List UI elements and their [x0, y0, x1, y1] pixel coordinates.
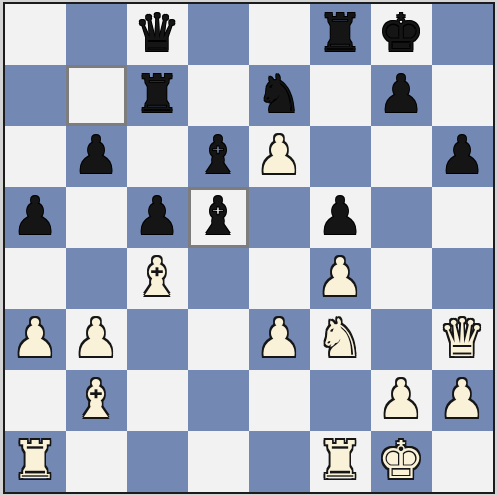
square-d3[interactable] [188, 309, 249, 370]
page-background: ♛♜♚♜♞♟♟♝♟♟♟♟♝♟♝♟♟♟♟♞♛♝♟♟♜♜♚ [0, 0, 497, 496]
square-d1[interactable] [188, 431, 249, 492]
square-g2[interactable]: ♟ [371, 370, 432, 431]
black-bishop-piece[interactable]: ♝ [195, 129, 242, 181]
square-f7[interactable] [310, 65, 371, 126]
square-a5[interactable]: ♟ [5, 187, 66, 248]
white-pawn-piece[interactable]: ♟ [256, 129, 303, 181]
square-d8[interactable] [188, 4, 249, 65]
square-d5[interactable]: ♝ [188, 187, 249, 248]
square-h3[interactable]: ♛ [432, 309, 493, 370]
white-bishop-piece[interactable]: ♝ [73, 373, 120, 425]
black-knight-piece[interactable]: ♞ [256, 68, 303, 120]
square-h7[interactable] [432, 65, 493, 126]
square-b1[interactable] [66, 431, 127, 492]
white-pawn-piece[interactable]: ♟ [256, 312, 303, 364]
square-g3[interactable] [371, 309, 432, 370]
white-bishop-piece[interactable]: ♝ [134, 251, 181, 303]
black-pawn-piece[interactable]: ♟ [12, 190, 59, 242]
square-e1[interactable] [249, 431, 310, 492]
square-b3[interactable]: ♟ [66, 309, 127, 370]
white-rook-piece[interactable]: ♜ [317, 434, 364, 486]
black-pawn-piece[interactable]: ♟ [378, 68, 425, 120]
square-f8[interactable]: ♜ [310, 4, 371, 65]
black-bishop-piece[interactable]: ♝ [195, 190, 242, 242]
square-b6[interactable]: ♟ [66, 126, 127, 187]
square-b5[interactable] [66, 187, 127, 248]
square-b4[interactable] [66, 248, 127, 309]
black-pawn-piece[interactable]: ♟ [73, 129, 120, 181]
square-a7[interactable] [5, 65, 66, 126]
square-d4[interactable] [188, 248, 249, 309]
square-e5[interactable] [249, 187, 310, 248]
square-c4[interactable]: ♝ [127, 248, 188, 309]
square-e8[interactable] [249, 4, 310, 65]
square-f5[interactable]: ♟ [310, 187, 371, 248]
square-h6[interactable]: ♟ [432, 126, 493, 187]
square-a1[interactable]: ♜ [5, 431, 66, 492]
square-f1[interactable]: ♜ [310, 431, 371, 492]
square-a2[interactable] [5, 370, 66, 431]
square-e4[interactable] [249, 248, 310, 309]
white-pawn-piece[interactable]: ♟ [73, 312, 120, 364]
square-g7[interactable]: ♟ [371, 65, 432, 126]
square-d6[interactable]: ♝ [188, 126, 249, 187]
black-queen-piece[interactable]: ♛ [134, 7, 181, 59]
white-pawn-piece[interactable]: ♟ [378, 373, 425, 425]
square-a3[interactable]: ♟ [5, 309, 66, 370]
square-c1[interactable] [127, 431, 188, 492]
square-f6[interactable] [310, 126, 371, 187]
chess-board: ♛♜♚♜♞♟♟♝♟♟♟♟♝♟♝♟♟♟♟♞♛♝♟♟♜♜♚ [3, 2, 495, 494]
square-h8[interactable] [432, 4, 493, 65]
black-pawn-piece[interactable]: ♟ [439, 129, 486, 181]
square-e6[interactable]: ♟ [249, 126, 310, 187]
square-b2[interactable]: ♝ [66, 370, 127, 431]
square-c7[interactable]: ♜ [127, 65, 188, 126]
black-pawn-piece[interactable]: ♟ [134, 190, 181, 242]
square-f2[interactable] [310, 370, 371, 431]
square-a6[interactable] [5, 126, 66, 187]
black-rook-piece[interactable]: ♜ [317, 7, 364, 59]
square-a4[interactable] [5, 248, 66, 309]
square-g1[interactable]: ♚ [371, 431, 432, 492]
square-a8[interactable] [5, 4, 66, 65]
square-g6[interactable] [371, 126, 432, 187]
square-f3[interactable]: ♞ [310, 309, 371, 370]
square-d7[interactable] [188, 65, 249, 126]
square-e7[interactable]: ♞ [249, 65, 310, 126]
white-knight-piece[interactable]: ♞ [317, 312, 364, 364]
white-queen-piece[interactable]: ♛ [439, 312, 486, 364]
white-pawn-piece[interactable]: ♟ [317, 251, 364, 303]
square-c8[interactable]: ♛ [127, 4, 188, 65]
square-b7[interactable] [66, 65, 127, 126]
black-king-piece[interactable]: ♚ [378, 7, 425, 59]
square-f4[interactable]: ♟ [310, 248, 371, 309]
square-c2[interactable] [127, 370, 188, 431]
square-h2[interactable]: ♟ [432, 370, 493, 431]
square-c6[interactable] [127, 126, 188, 187]
white-king-piece[interactable]: ♚ [378, 434, 425, 486]
square-h4[interactable] [432, 248, 493, 309]
square-e2[interactable] [249, 370, 310, 431]
square-d2[interactable] [188, 370, 249, 431]
square-g4[interactable] [371, 248, 432, 309]
white-pawn-piece[interactable]: ♟ [12, 312, 59, 364]
square-g8[interactable]: ♚ [371, 4, 432, 65]
white-rook-piece[interactable]: ♜ [12, 434, 59, 486]
white-pawn-piece[interactable]: ♟ [439, 373, 486, 425]
square-c3[interactable] [127, 309, 188, 370]
black-rook-piece[interactable]: ♜ [134, 68, 181, 120]
square-c5[interactable]: ♟ [127, 187, 188, 248]
square-e3[interactable]: ♟ [249, 309, 310, 370]
square-h1[interactable] [432, 431, 493, 492]
square-g5[interactable] [371, 187, 432, 248]
square-b8[interactable] [66, 4, 127, 65]
square-h5[interactable] [432, 187, 493, 248]
black-pawn-piece[interactable]: ♟ [317, 190, 364, 242]
